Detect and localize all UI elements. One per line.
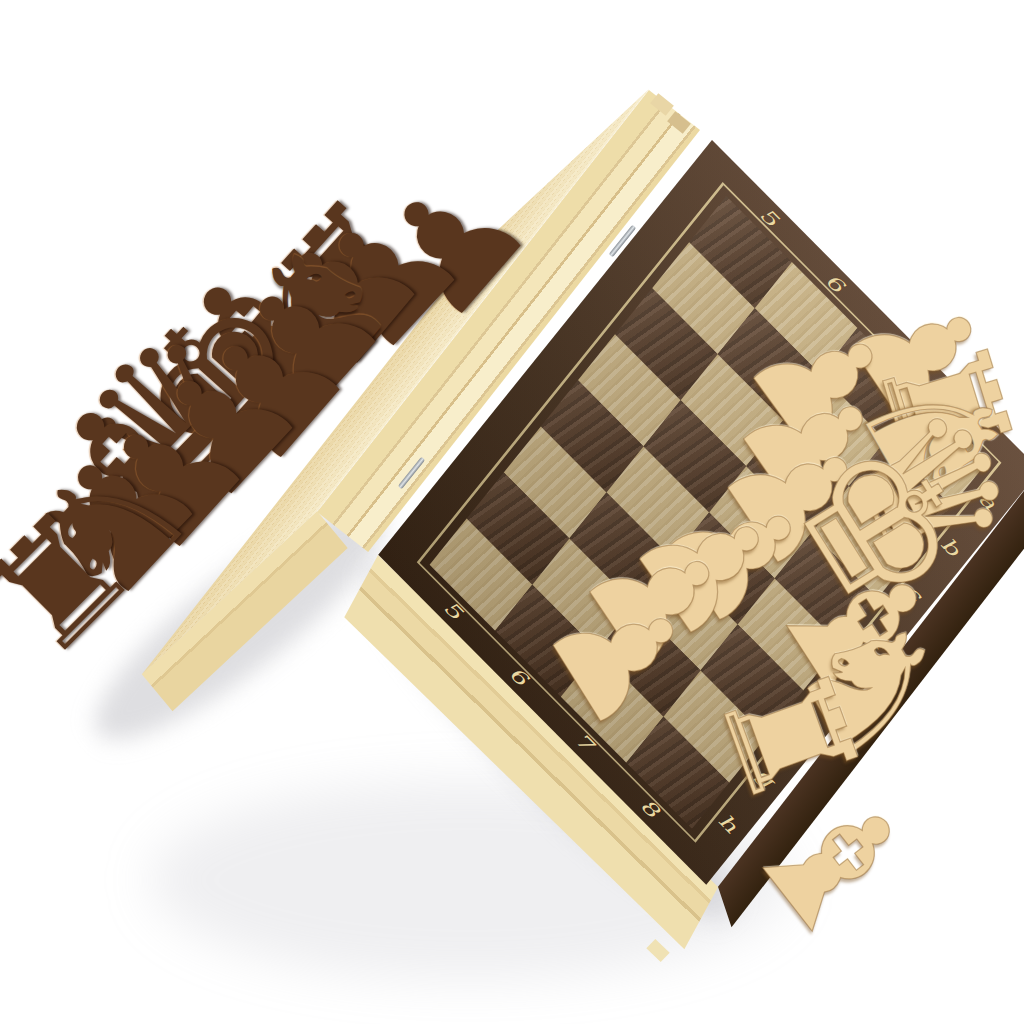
rank-label-top-7: 7 bbox=[887, 335, 913, 364]
rank-label-top-8: 8 bbox=[953, 401, 979, 430]
dark-bishop: ♝ bbox=[14, 347, 245, 577]
rank-label-bottom-6: 6 bbox=[505, 661, 531, 690]
file-label-d: d bbox=[863, 624, 889, 653]
file-label-c: c bbox=[901, 579, 925, 606]
dark-pawn: ♟ bbox=[22, 408, 226, 612]
file-label-g: g bbox=[752, 763, 778, 792]
dark-bishop: ♝ bbox=[143, 221, 374, 450]
dark-knight: ♞ bbox=[0, 419, 219, 640]
left-panel-end-edge bbox=[142, 511, 348, 711]
file-label-e: e bbox=[827, 671, 852, 699]
rank-label-top-6: 6 bbox=[822, 269, 848, 298]
dark-queen: ♛ bbox=[49, 297, 288, 535]
chess-set-photo: 55667788abcdefgh ♜♞♝♛♚♝♞♜♟♟♟♟♟♟♟♟ ♜♞♛♚♝♞… bbox=[0, 0, 1024, 1024]
rank-label-top-5: 5 bbox=[756, 202, 782, 231]
dark-rook: ♜ bbox=[0, 482, 159, 683]
rank-label-bottom-5: 5 bbox=[440, 595, 466, 624]
dovetail-joint bbox=[646, 939, 669, 962]
file-label-a: a bbox=[975, 487, 1000, 515]
file-label-h: h bbox=[715, 809, 741, 838]
rank-label-bottom-7: 7 bbox=[571, 727, 597, 756]
rank-label-bottom-8: 8 bbox=[637, 794, 663, 823]
file-label-b: b bbox=[937, 532, 963, 561]
file-label-f: f bbox=[792, 719, 812, 742]
